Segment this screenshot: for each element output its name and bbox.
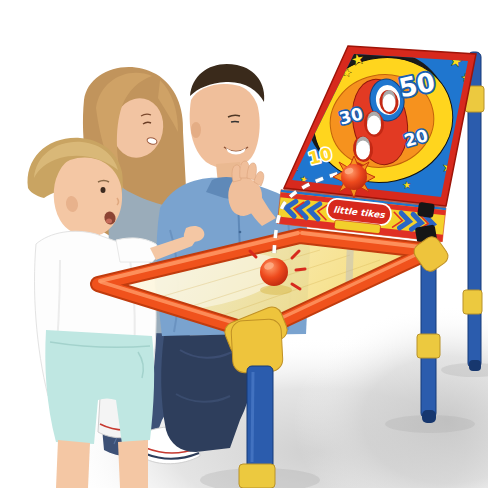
- scene-canvas: ★ ★ ★ ★ ★ ★ ★ ★ 50 30 20 10: [0, 0, 488, 488]
- ball-on-board: [333, 156, 375, 198]
- product-photo-scene: ★ ★ ★ ★ ★ ★ ★ ★ 50 30 20 10: [0, 0, 488, 488]
- target-board: ★ ★ ★ ★ ★ ★ ★ ★ 50 30 20 10: [283, 37, 476, 213]
- strap: [417, 202, 435, 218]
- star-icon: ★: [402, 180, 411, 191]
- toddler-face: [54, 158, 122, 237]
